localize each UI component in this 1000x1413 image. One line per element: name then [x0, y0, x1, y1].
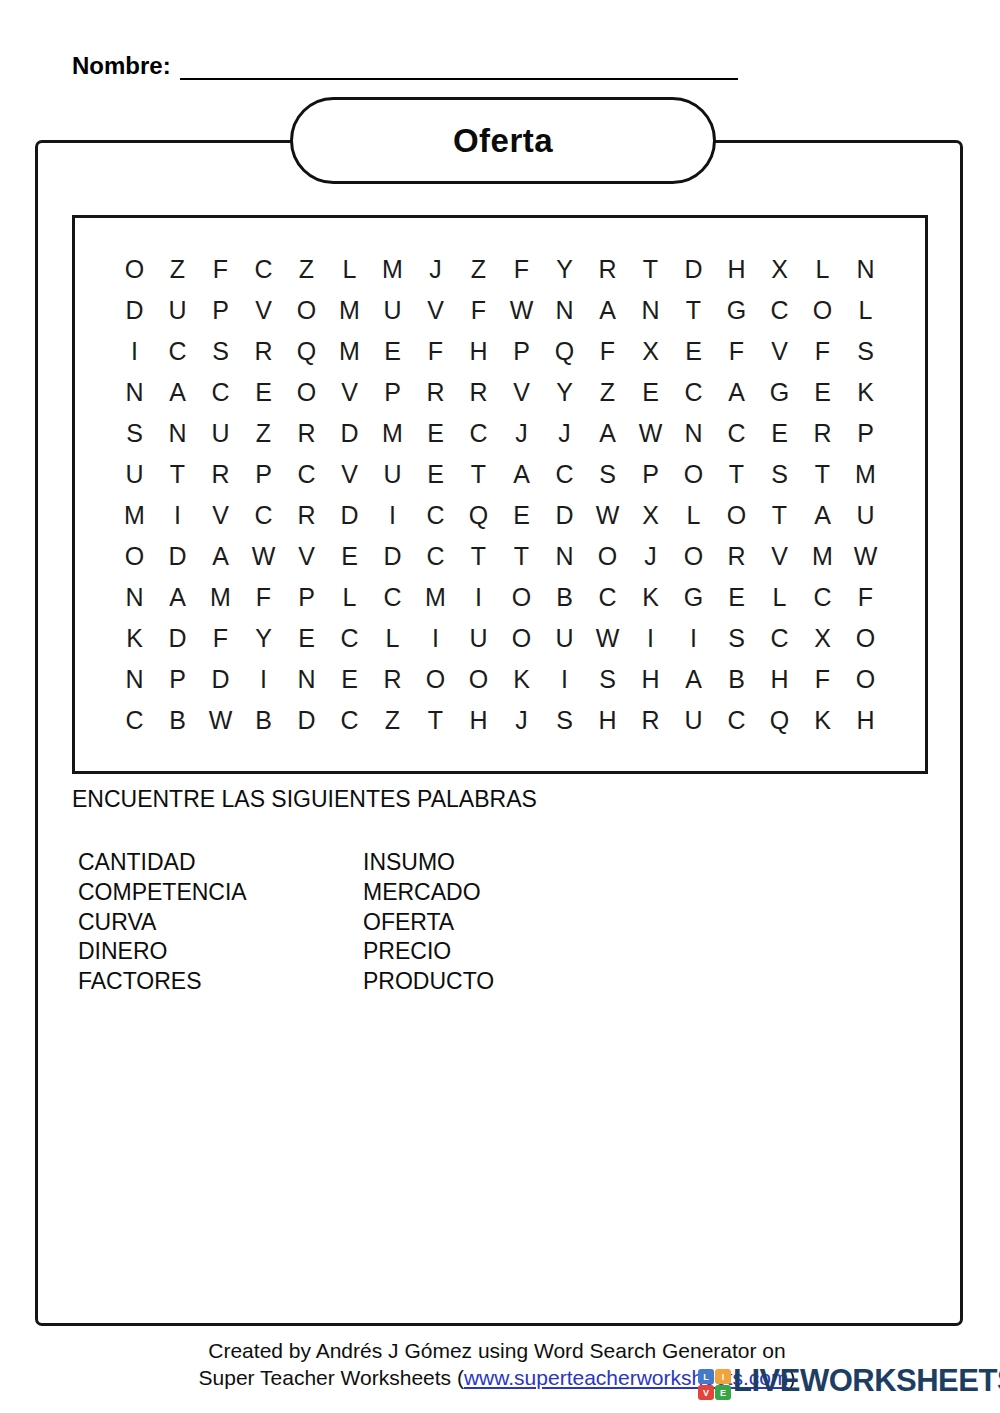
grid-cell-r1c10[interactable]: F	[500, 249, 543, 290]
grid-cell-r5c1[interactable]: S	[113, 413, 156, 454]
grid-cell-r2c18[interactable]: L	[844, 290, 887, 331]
grid-cell-r1c16[interactable]: X	[758, 249, 801, 290]
grid-cell-r6c15[interactable]: T	[715, 454, 758, 495]
grid-cell-r11c3[interactable]: D	[199, 659, 242, 700]
puzzle-title: Oferta	[453, 122, 553, 160]
grid-cell-r1c14[interactable]: D	[672, 249, 715, 290]
grid-cell-r10c1[interactable]: K	[113, 618, 156, 659]
grid-cell-r7c18[interactable]: U	[844, 495, 887, 536]
grid-cell-r9c7[interactable]: C	[371, 577, 414, 618]
grid-cell-r10c13[interactable]: I	[629, 618, 672, 659]
grid-cell-r10c8[interactable]: I	[414, 618, 457, 659]
word-list-column-2: INSUMOMERCADOOFERTAPRECIOPRODUCTO	[363, 848, 494, 997]
grid-cell-r12c13[interactable]: R	[629, 700, 672, 741]
grid-cell-r11c14[interactable]: A	[672, 659, 715, 700]
grid-cell-r2c13[interactable]: N	[629, 290, 672, 331]
grid-cell-r4c14[interactable]: C	[672, 372, 715, 413]
grid-cell-r11c6[interactable]: E	[328, 659, 371, 700]
grid-cell-r9c9[interactable]: I	[457, 577, 500, 618]
grid-cell-r1c18[interactable]: N	[844, 249, 887, 290]
grid-cell-r9c16[interactable]: L	[758, 577, 801, 618]
grid-cell-r2c9[interactable]: F	[457, 290, 500, 331]
grid-cell-r11c13[interactable]: H	[629, 659, 672, 700]
liveworksheets-logo[interactable]: LIVE LIVEWORKSHEETS	[698, 1361, 1000, 1401]
word-list-column-1: CANTIDADCOMPETENCIACURVADINEROFACTORES	[78, 848, 247, 997]
word-item: DINERO	[78, 937, 247, 967]
grid-cell-r4c8[interactable]: R	[414, 372, 457, 413]
grid-cell-r3c3[interactable]: S	[199, 331, 242, 372]
grid-cell-r7c10[interactable]: E	[500, 495, 543, 536]
grid-cell-r3c16[interactable]: V	[758, 331, 801, 372]
logo-square-v: V	[698, 1385, 714, 1400]
grid-cell-r12c6[interactable]: C	[328, 700, 371, 741]
grid-cell-r3c7[interactable]: E	[371, 331, 414, 372]
grid-cell-r11c10[interactable]: K	[500, 659, 543, 700]
grid-cell-r6c3[interactable]: R	[199, 454, 242, 495]
puzzle-title-pill: Oferta	[290, 97, 716, 184]
grid-cell-r3c18[interactable]: S	[844, 331, 887, 372]
grid-cell-r5c2[interactable]: N	[156, 413, 199, 454]
grid-cell-r10c15[interactable]: S	[715, 618, 758, 659]
grid-cell-r1c5[interactable]: Z	[285, 249, 328, 290]
grid-cell-r7c5[interactable]: R	[285, 495, 328, 536]
grid-cell-r6c5[interactable]: C	[285, 454, 328, 495]
grid-cell-r3c17[interactable]: F	[801, 331, 844, 372]
grid-cell-r7c1[interactable]: M	[113, 495, 156, 536]
grid-cell-r2c4[interactable]: V	[242, 290, 285, 331]
grid-cell-r12c1[interactable]: C	[113, 700, 156, 741]
grid-cell-r3c13[interactable]: X	[629, 331, 672, 372]
grid-cell-r12c16[interactable]: Q	[758, 700, 801, 741]
grid-cell-r5c5[interactable]: R	[285, 413, 328, 454]
grid-cell-r6c4[interactable]: P	[242, 454, 285, 495]
grid-cell-r9c18[interactable]: F	[844, 577, 887, 618]
grid-cell-r10c3[interactable]: F	[199, 618, 242, 659]
grid-cell-r6c14[interactable]: O	[672, 454, 715, 495]
grid-cell-r10c14[interactable]: I	[672, 618, 715, 659]
grid-cell-r6c18[interactable]: M	[844, 454, 887, 495]
grid-cell-r1c9[interactable]: Z	[457, 249, 500, 290]
grid-cell-r3c14[interactable]: E	[672, 331, 715, 372]
grid-cell-r4c5[interactable]: O	[285, 372, 328, 413]
grid-cell-r5c13[interactable]: W	[629, 413, 672, 454]
grid-cell-r7c11[interactable]: D	[543, 495, 586, 536]
grid-cell-r11c11[interactable]: I	[543, 659, 586, 700]
grid-cell-r8c6[interactable]: E	[328, 536, 371, 577]
grid-cell-r5c3[interactable]: U	[199, 413, 242, 454]
grid-cell-r5c18[interactable]: P	[844, 413, 887, 454]
word-item: MERCADO	[363, 878, 494, 908]
name-row: Nombre:	[72, 52, 742, 80]
grid-cell-r12c5[interactable]: D	[285, 700, 328, 741]
grid-cell-r11c5[interactable]: N	[285, 659, 328, 700]
grid-cell-r4c3[interactable]: C	[199, 372, 242, 413]
grid-cell-r1c7[interactable]: M	[371, 249, 414, 290]
grid-cell-r12c17[interactable]: K	[801, 700, 844, 741]
grid-cell-r2c16[interactable]: C	[758, 290, 801, 331]
grid-cell-r3c8[interactable]: F	[414, 331, 457, 372]
grid-cell-r2c2[interactable]: U	[156, 290, 199, 331]
grid-cell-r8c4[interactable]: W	[242, 536, 285, 577]
grid-cell-r4c4[interactable]: E	[242, 372, 285, 413]
grid-cell-r6c9[interactable]: T	[457, 454, 500, 495]
word-item: PRECIO	[363, 937, 494, 967]
grid-cell-r7c2[interactable]: I	[156, 495, 199, 536]
grid-cell-r11c18[interactable]: O	[844, 659, 887, 700]
grid-cell-r8c14[interactable]: O	[672, 536, 715, 577]
grid-cell-r1c12[interactable]: R	[586, 249, 629, 290]
grid-cell-r11c7[interactable]: R	[371, 659, 414, 700]
grid-cell-r12c12[interactable]: H	[586, 700, 629, 741]
grid-cell-r1c13[interactable]: T	[629, 249, 672, 290]
grid-cell-r1c8[interactable]: J	[414, 249, 457, 290]
grid-cell-r10c2[interactable]: D	[156, 618, 199, 659]
grid-cell-r9c17[interactable]: C	[801, 577, 844, 618]
liveworksheets-logo-squares: LIVE	[698, 1369, 731, 1400]
grid-cell-r9c15[interactable]: E	[715, 577, 758, 618]
grid-cell-r6c11[interactable]: C	[543, 454, 586, 495]
grid-cell-r12c9[interactable]: H	[457, 700, 500, 741]
word-item: COMPETENCIA	[78, 878, 247, 908]
grid-cell-r11c4[interactable]: I	[242, 659, 285, 700]
grid-cell-r9c12[interactable]: C	[586, 577, 629, 618]
grid-cell-r7c8[interactable]: C	[414, 495, 457, 536]
grid-cell-r8c11[interactable]: N	[543, 536, 586, 577]
logo-square-i: I	[715, 1369, 731, 1384]
grid-cell-r12c2[interactable]: B	[156, 700, 199, 741]
instructions-heading: ENCUENTRE LAS SIGUIENTES PALABRAS	[72, 786, 537, 813]
grid-cell-r3c6[interactable]: M	[328, 331, 371, 372]
grid-cell-r5c9[interactable]: C	[457, 413, 500, 454]
grid-cell-r3c11[interactable]: Q	[543, 331, 586, 372]
grid-cell-r8c12[interactable]: O	[586, 536, 629, 577]
grid-cell-r5c4[interactable]: Z	[242, 413, 285, 454]
grid-cell-r7c17[interactable]: A	[801, 495, 844, 536]
grid-cell-r9c10[interactable]: O	[500, 577, 543, 618]
grid-cell-r7c13[interactable]: X	[629, 495, 672, 536]
grid-cell-r7c4[interactable]: C	[242, 495, 285, 536]
grid-cell-r2c1[interactable]: D	[113, 290, 156, 331]
grid-cell-r11c9[interactable]: O	[457, 659, 500, 700]
grid-cell-r12c18[interactable]: H	[844, 700, 887, 741]
grid-cell-r9c4[interactable]: F	[242, 577, 285, 618]
grid-cell-r3c2[interactable]: C	[156, 331, 199, 372]
grid-cell-r10c11[interactable]: U	[543, 618, 586, 659]
word-item: CURVA	[78, 908, 247, 938]
grid-cell-r8c15[interactable]: R	[715, 536, 758, 577]
grid-cell-r5c11[interactable]: J	[543, 413, 586, 454]
grid-cell-r9c8[interactable]: M	[414, 577, 457, 618]
grid-cell-r7c3[interactable]: V	[199, 495, 242, 536]
grid-cell-r7c16[interactable]: T	[758, 495, 801, 536]
grid-cell-r8c10[interactable]: T	[500, 536, 543, 577]
grid-cell-r7c7[interactable]: I	[371, 495, 414, 536]
grid-cell-r1c1[interactable]: O	[113, 249, 156, 290]
grid-cell-r2c10[interactable]: W	[500, 290, 543, 331]
grid-cell-r12c3[interactable]: W	[199, 700, 242, 741]
grid-cell-r6c16[interactable]: S	[758, 454, 801, 495]
grid-cell-r6c12[interactable]: S	[586, 454, 629, 495]
grid-cell-r6c1[interactable]: U	[113, 454, 156, 495]
grid-cell-r1c11[interactable]: Y	[543, 249, 586, 290]
grid-cell-r7c9[interactable]: Q	[457, 495, 500, 536]
grid-cell-r6c8[interactable]: E	[414, 454, 457, 495]
grid-cell-r7c6[interactable]: D	[328, 495, 371, 536]
grid-cell-r4c9[interactable]: R	[457, 372, 500, 413]
grid-cell-r1c3[interactable]: F	[199, 249, 242, 290]
grid-cell-r8c9[interactable]: T	[457, 536, 500, 577]
grid-cell-r1c2[interactable]: Z	[156, 249, 199, 290]
logo-square-e: E	[715, 1385, 731, 1400]
grid-cell-r5c15[interactable]: C	[715, 413, 758, 454]
grid-cell-r3c5[interactable]: Q	[285, 331, 328, 372]
grid-cell-r6c13[interactable]: P	[629, 454, 672, 495]
grid-cell-r10c4[interactable]: Y	[242, 618, 285, 659]
grid-cell-r9c13[interactable]: K	[629, 577, 672, 618]
grid-cell-r5c6[interactable]: D	[328, 413, 371, 454]
grid-cell-r8c5[interactable]: V	[285, 536, 328, 577]
grid-cell-r4c10[interactable]: V	[500, 372, 543, 413]
grid-cell-r1c6[interactable]: L	[328, 249, 371, 290]
grid-cell-r6c7[interactable]: U	[371, 454, 414, 495]
grid-cell-r10c12[interactable]: W	[586, 618, 629, 659]
grid-cell-r8c7[interactable]: D	[371, 536, 414, 577]
grid-cell-r5c17[interactable]: R	[801, 413, 844, 454]
grid-cell-r2c17[interactable]: O	[801, 290, 844, 331]
grid-cell-r10c17[interactable]: X	[801, 618, 844, 659]
grid-cell-r7c15[interactable]: O	[715, 495, 758, 536]
grid-cell-r4c13[interactable]: E	[629, 372, 672, 413]
grid-cell-r8c18[interactable]: W	[844, 536, 887, 577]
grid-cell-r12c8[interactable]: T	[414, 700, 457, 741]
letter-grid: OZFCZLMJZFYRTDHXLNDUPVOMUVFWNANTGCOLICSR…	[113, 249, 887, 741]
grid-cell-r10c5[interactable]: E	[285, 618, 328, 659]
grid-cell-r4c7[interactable]: P	[371, 372, 414, 413]
grid-cell-r3c1[interactable]: I	[113, 331, 156, 372]
grid-cell-r9c6[interactable]: L	[328, 577, 371, 618]
grid-cell-r10c7[interactable]: L	[371, 618, 414, 659]
grid-cell-r11c15[interactable]: B	[715, 659, 758, 700]
grid-cell-r4c6[interactable]: V	[328, 372, 371, 413]
grid-cell-r6c2[interactable]: T	[156, 454, 199, 495]
grid-cell-r1c17[interactable]: L	[801, 249, 844, 290]
grid-cell-r4c11[interactable]: Y	[543, 372, 586, 413]
grid-cell-r5c16[interactable]: E	[758, 413, 801, 454]
name-fill-in-line[interactable]	[180, 78, 738, 80]
grid-cell-r12c11[interactable]: S	[543, 700, 586, 741]
grid-cell-r5c10[interactable]: J	[500, 413, 543, 454]
grid-cell-r3c4[interactable]: R	[242, 331, 285, 372]
grid-cell-r9c2[interactable]: A	[156, 577, 199, 618]
grid-cell-r10c16[interactable]: C	[758, 618, 801, 659]
grid-cell-r6c6[interactable]: V	[328, 454, 371, 495]
grid-cell-r4c17[interactable]: E	[801, 372, 844, 413]
word-item: CANTIDAD	[78, 848, 247, 878]
grid-cell-r12c10[interactable]: J	[500, 700, 543, 741]
grid-cell-r9c1[interactable]: N	[113, 577, 156, 618]
grid-cell-r11c12[interactable]: S	[586, 659, 629, 700]
grid-cell-r12c14[interactable]: U	[672, 700, 715, 741]
grid-cell-r10c9[interactable]: U	[457, 618, 500, 659]
word-item: INSUMO	[363, 848, 494, 878]
liveworksheets-logo-text: LIVEWORKSHEETS	[733, 1361, 1000, 1401]
word-item: FACTORES	[78, 967, 247, 997]
grid-cell-r12c7[interactable]: Z	[371, 700, 414, 741]
grid-cell-r2c6[interactable]: M	[328, 290, 371, 331]
grid-cell-r8c17[interactable]: M	[801, 536, 844, 577]
grid-cell-r5c14[interactable]: N	[672, 413, 715, 454]
grid-cell-r5c12[interactable]: A	[586, 413, 629, 454]
grid-cell-r4c2[interactable]: A	[156, 372, 199, 413]
grid-cell-r7c14[interactable]: L	[672, 495, 715, 536]
grid-cell-r4c1[interactable]: N	[113, 372, 156, 413]
grid-cell-r1c15[interactable]: H	[715, 249, 758, 290]
grid-cell-r3c10[interactable]: P	[500, 331, 543, 372]
credit-line-1: Created by Andrés J Gómez using Word Sea…	[0, 1337, 994, 1364]
grid-cell-r10c18[interactable]: O	[844, 618, 887, 659]
grid-cell-r2c5[interactable]: O	[285, 290, 328, 331]
grid-cell-r8c2[interactable]: D	[156, 536, 199, 577]
grid-cell-r3c15[interactable]: F	[715, 331, 758, 372]
grid-cell-r4c15[interactable]: A	[715, 372, 758, 413]
credit-line-2-prefix: Super Teacher Worksheets (	[199, 1366, 464, 1389]
grid-cell-r5c8[interactable]: E	[414, 413, 457, 454]
grid-cell-r8c3[interactable]: A	[199, 536, 242, 577]
grid-cell-r2c8[interactable]: V	[414, 290, 457, 331]
grid-cell-r8c13[interactable]: J	[629, 536, 672, 577]
grid-cell-r2c15[interactable]: G	[715, 290, 758, 331]
grid-cell-r10c6[interactable]: C	[328, 618, 371, 659]
grid-cell-r4c16[interactable]: G	[758, 372, 801, 413]
grid-cell-r2c7[interactable]: U	[371, 290, 414, 331]
grid-cell-r2c12[interactable]: A	[586, 290, 629, 331]
grid-cell-r11c8[interactable]: O	[414, 659, 457, 700]
grid-cell-r6c10[interactable]: A	[500, 454, 543, 495]
word-item: OFERTA	[363, 908, 494, 938]
grid-cell-r5c7[interactable]: M	[371, 413, 414, 454]
grid-cell-r2c14[interactable]: T	[672, 290, 715, 331]
grid-cell-r11c2[interactable]: P	[156, 659, 199, 700]
grid-cell-r4c18[interactable]: K	[844, 372, 887, 413]
grid-cell-r2c11[interactable]: N	[543, 290, 586, 331]
grid-cell-r8c1[interactable]: O	[113, 536, 156, 577]
grid-cell-r7c12[interactable]: W	[586, 495, 629, 536]
grid-cell-r12c15[interactable]: C	[715, 700, 758, 741]
grid-cell-r12c4[interactable]: B	[242, 700, 285, 741]
grid-cell-r6c17[interactable]: T	[801, 454, 844, 495]
grid-cell-r9c14[interactable]: G	[672, 577, 715, 618]
grid-cell-r9c5[interactable]: P	[285, 577, 328, 618]
grid-cell-r11c16[interactable]: H	[758, 659, 801, 700]
name-label: Nombre:	[72, 52, 171, 79]
grid-cell-r8c16[interactable]: V	[758, 536, 801, 577]
grid-cell-r9c11[interactable]: B	[543, 577, 586, 618]
grid-cell-r2c3[interactable]: P	[199, 290, 242, 331]
logo-square-l: L	[698, 1369, 714, 1384]
grid-cell-r3c9[interactable]: H	[457, 331, 500, 372]
grid-cell-r3c12[interactable]: F	[586, 331, 629, 372]
grid-cell-r11c17[interactable]: F	[801, 659, 844, 700]
grid-cell-r4c12[interactable]: Z	[586, 372, 629, 413]
grid-cell-r11c1[interactable]: N	[113, 659, 156, 700]
grid-cell-r1c4[interactable]: C	[242, 249, 285, 290]
grid-cell-r10c10[interactable]: O	[500, 618, 543, 659]
word-item: PRODUCTO	[363, 967, 494, 997]
grid-cell-r9c3[interactable]: M	[199, 577, 242, 618]
grid-cell-r8c8[interactable]: C	[414, 536, 457, 577]
